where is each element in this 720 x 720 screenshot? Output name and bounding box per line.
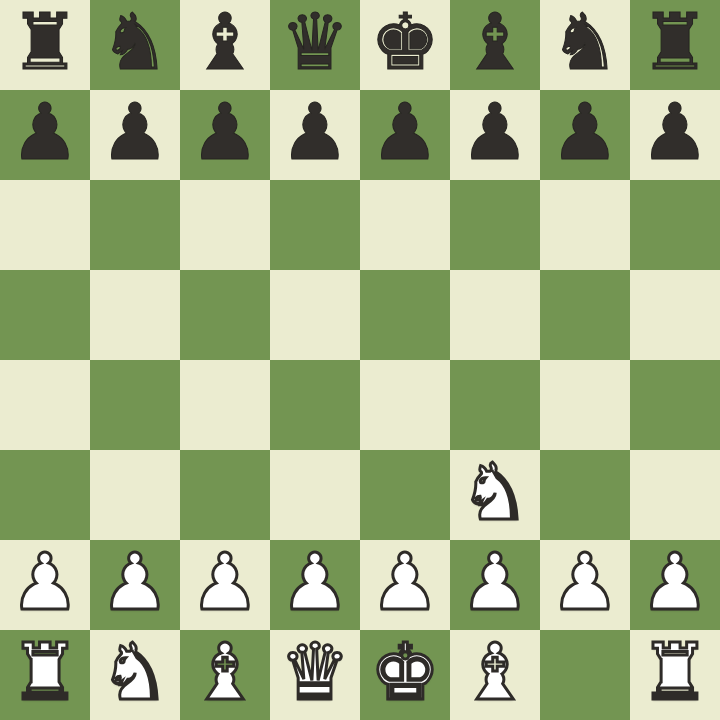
square-d5[interactable] xyxy=(270,270,360,360)
square-f2[interactable]: ♟ xyxy=(450,540,540,630)
piece-white-king-e1[interactable]: ♚ xyxy=(370,633,440,711)
piece-white-rook-h1[interactable]: ♜ xyxy=(640,633,710,711)
square-b5[interactable] xyxy=(90,270,180,360)
square-c3[interactable] xyxy=(180,450,270,540)
square-f8[interactable]: ♝ xyxy=(450,0,540,90)
square-c1[interactable]: ♝ xyxy=(180,630,270,720)
square-e3[interactable] xyxy=(360,450,450,540)
piece-white-knight-f3[interactable]: ♞ xyxy=(460,453,530,531)
square-e5[interactable] xyxy=(360,270,450,360)
square-f5[interactable] xyxy=(450,270,540,360)
square-g1[interactable] xyxy=(540,630,630,720)
square-f6[interactable] xyxy=(450,180,540,270)
piece-black-rook-h8[interactable]: ♜ xyxy=(640,3,710,81)
square-f3[interactable]: ♞ xyxy=(450,450,540,540)
square-e1[interactable]: ♚ xyxy=(360,630,450,720)
square-c7[interactable]: ♟ xyxy=(180,90,270,180)
square-b2[interactable]: ♟ xyxy=(90,540,180,630)
square-g8[interactable]: ♞ xyxy=(540,0,630,90)
square-a7[interactable]: ♟ xyxy=(0,90,90,180)
square-a5[interactable] xyxy=(0,270,90,360)
piece-black-pawn-f7[interactable]: ♟ xyxy=(460,93,530,171)
square-e2[interactable]: ♟ xyxy=(360,540,450,630)
square-a2[interactable]: ♟ xyxy=(0,540,90,630)
square-h6[interactable] xyxy=(630,180,720,270)
square-g7[interactable]: ♟ xyxy=(540,90,630,180)
square-c8[interactable]: ♝ xyxy=(180,0,270,90)
piece-black-pawn-g7[interactable]: ♟ xyxy=(550,93,620,171)
square-d1[interactable]: ♛ xyxy=(270,630,360,720)
piece-black-pawn-d7[interactable]: ♟ xyxy=(280,93,350,171)
square-d2[interactable]: ♟ xyxy=(270,540,360,630)
square-d8[interactable]: ♛ xyxy=(270,0,360,90)
piece-black-pawn-h7[interactable]: ♟ xyxy=(640,93,710,171)
piece-white-pawn-h2[interactable]: ♟ xyxy=(640,543,710,621)
square-c6[interactable] xyxy=(180,180,270,270)
square-c2[interactable]: ♟ xyxy=(180,540,270,630)
square-b8[interactable]: ♞ xyxy=(90,0,180,90)
square-b3[interactable] xyxy=(90,450,180,540)
square-e6[interactable] xyxy=(360,180,450,270)
square-b6[interactable] xyxy=(90,180,180,270)
piece-white-knight-b1[interactable]: ♞ xyxy=(100,633,170,711)
square-a6[interactable] xyxy=(0,180,90,270)
piece-white-pawn-c2[interactable]: ♟ xyxy=(190,543,260,621)
square-a3[interactable] xyxy=(0,450,90,540)
piece-white-pawn-d2[interactable]: ♟ xyxy=(280,543,350,621)
piece-white-pawn-f2[interactable]: ♟ xyxy=(460,543,530,621)
piece-black-bishop-f8[interactable]: ♝ xyxy=(460,3,530,81)
square-g5[interactable] xyxy=(540,270,630,360)
square-h2[interactable]: ♟ xyxy=(630,540,720,630)
square-b4[interactable] xyxy=(90,360,180,450)
piece-white-pawn-a2[interactable]: ♟ xyxy=(10,543,80,621)
piece-black-bishop-c8[interactable]: ♝ xyxy=(190,3,260,81)
piece-black-pawn-e7[interactable]: ♟ xyxy=(370,93,440,171)
square-b1[interactable]: ♞ xyxy=(90,630,180,720)
piece-white-pawn-e2[interactable]: ♟ xyxy=(370,543,440,621)
chess-board: ♜♞♝♛♚♝♞♜♟♟♟♟♟♟♟♟♞♟♟♟♟♟♟♟♟♜♞♝♛♚♝♜ xyxy=(0,0,720,720)
square-h8[interactable]: ♜ xyxy=(630,0,720,90)
square-h3[interactable] xyxy=(630,450,720,540)
piece-black-knight-g8[interactable]: ♞ xyxy=(550,3,620,81)
square-c5[interactable] xyxy=(180,270,270,360)
square-d7[interactable]: ♟ xyxy=(270,90,360,180)
square-f1[interactable]: ♝ xyxy=(450,630,540,720)
square-h1[interactable]: ♜ xyxy=(630,630,720,720)
piece-black-pawn-b7[interactable]: ♟ xyxy=(100,93,170,171)
square-d6[interactable] xyxy=(270,180,360,270)
square-d4[interactable] xyxy=(270,360,360,450)
square-g4[interactable] xyxy=(540,360,630,450)
square-f7[interactable]: ♟ xyxy=(450,90,540,180)
square-a8[interactable]: ♜ xyxy=(0,0,90,90)
piece-black-pawn-a7[interactable]: ♟ xyxy=(10,93,80,171)
square-h5[interactable] xyxy=(630,270,720,360)
piece-white-pawn-g2[interactable]: ♟ xyxy=(550,543,620,621)
square-a4[interactable] xyxy=(0,360,90,450)
square-g6[interactable] xyxy=(540,180,630,270)
piece-black-rook-a8[interactable]: ♜ xyxy=(10,3,80,81)
square-g2[interactable]: ♟ xyxy=(540,540,630,630)
square-h7[interactable]: ♟ xyxy=(630,90,720,180)
piece-white-rook-a1[interactable]: ♜ xyxy=(10,633,80,711)
square-b7[interactable]: ♟ xyxy=(90,90,180,180)
piece-black-pawn-c7[interactable]: ♟ xyxy=(190,93,260,171)
square-a1[interactable]: ♜ xyxy=(0,630,90,720)
piece-black-knight-b8[interactable]: ♞ xyxy=(100,3,170,81)
square-e8[interactable]: ♚ xyxy=(360,0,450,90)
square-h4[interactable] xyxy=(630,360,720,450)
square-e4[interactable] xyxy=(360,360,450,450)
square-c4[interactable] xyxy=(180,360,270,450)
square-g3[interactable] xyxy=(540,450,630,540)
square-f4[interactable] xyxy=(450,360,540,450)
piece-black-king-e8[interactable]: ♚ xyxy=(370,3,440,81)
piece-white-queen-d1[interactable]: ♛ xyxy=(280,633,350,711)
square-e7[interactable]: ♟ xyxy=(360,90,450,180)
piece-black-queen-d8[interactable]: ♛ xyxy=(280,3,350,81)
piece-white-bishop-c1[interactable]: ♝ xyxy=(190,633,260,711)
square-d3[interactable] xyxy=(270,450,360,540)
piece-white-pawn-b2[interactable]: ♟ xyxy=(100,543,170,621)
piece-white-bishop-f1[interactable]: ♝ xyxy=(460,633,530,711)
